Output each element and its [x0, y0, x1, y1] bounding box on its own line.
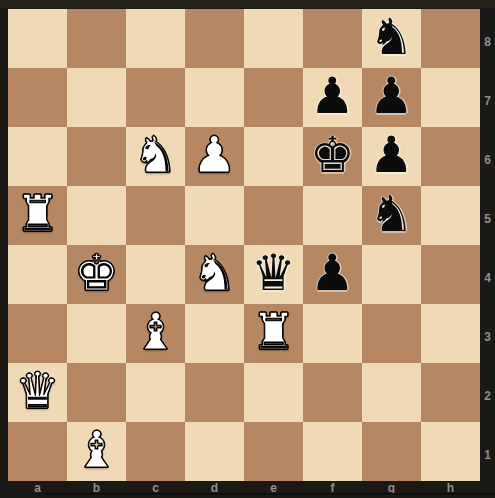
piece-black-pawn[interactable]: ♟ — [362, 127, 421, 186]
square-h4[interactable] — [421, 245, 480, 304]
bottom-divider-line — [45, 493, 495, 495]
piece-black-pawn[interactable]: ♟ — [303, 68, 362, 127]
square-c8[interactable] — [126, 9, 185, 68]
square-h2[interactable] — [421, 363, 480, 422]
square-f7[interactable]: ♟ — [303, 68, 362, 127]
square-b6[interactable] — [67, 127, 126, 186]
rank-label-2: 2 — [480, 363, 495, 422]
square-e8[interactable] — [244, 9, 303, 68]
rank-label-3: 3 — [480, 304, 495, 363]
square-c6[interactable]: ♞ — [126, 127, 185, 186]
square-e6[interactable] — [244, 127, 303, 186]
file-label-f: f — [303, 481, 362, 498]
square-g4[interactable] — [362, 245, 421, 304]
chess-board-page: ♞♟♟♞♟♚♟♜♞♚♞♛♟♝♜♛♝ 87654321abcdefgh — [0, 0, 495, 498]
square-b7[interactable] — [67, 68, 126, 127]
square-e1[interactable] — [244, 422, 303, 481]
square-d1[interactable] — [185, 422, 244, 481]
rank-label-4: 4 — [480, 245, 495, 304]
square-b2[interactable] — [67, 363, 126, 422]
piece-white-king[interactable]: ♚ — [67, 245, 126, 304]
square-e4[interactable]: ♛ — [244, 245, 303, 304]
piece-white-rook[interactable]: ♜ — [8, 186, 67, 245]
square-b3[interactable] — [67, 304, 126, 363]
square-c4[interactable] — [126, 245, 185, 304]
square-f6[interactable]: ♚ — [303, 127, 362, 186]
square-f5[interactable] — [303, 186, 362, 245]
piece-white-pawn[interactable]: ♟ — [185, 127, 244, 186]
file-label-e: e — [244, 481, 303, 498]
square-h1[interactable] — [421, 422, 480, 481]
square-c1[interactable] — [126, 422, 185, 481]
square-a8[interactable] — [8, 9, 67, 68]
chess-board[interactable]: ♞♟♟♞♟♚♟♜♞♚♞♛♟♝♜♛♝ — [8, 9, 480, 481]
square-h5[interactable] — [421, 186, 480, 245]
piece-black-pawn[interactable]: ♟ — [362, 68, 421, 127]
piece-white-knight[interactable]: ♞ — [185, 245, 244, 304]
square-d6[interactable]: ♟ — [185, 127, 244, 186]
square-c3[interactable]: ♝ — [126, 304, 185, 363]
square-e7[interactable] — [244, 68, 303, 127]
piece-black-pawn[interactable]: ♟ — [303, 245, 362, 304]
piece-black-knight[interactable]: ♞ — [362, 9, 421, 68]
top-margin-strip — [0, 0, 495, 8]
square-a7[interactable] — [8, 68, 67, 127]
square-h8[interactable] — [421, 9, 480, 68]
square-f4[interactable]: ♟ — [303, 245, 362, 304]
square-b5[interactable] — [67, 186, 126, 245]
square-g7[interactable]: ♟ — [362, 68, 421, 127]
piece-white-rook[interactable]: ♜ — [244, 304, 303, 363]
square-b1[interactable]: ♝ — [67, 422, 126, 481]
piece-white-queen[interactable]: ♛ — [8, 363, 67, 422]
file-label-b: b — [67, 481, 126, 498]
rank-label-8: 8 — [480, 9, 495, 68]
square-f1[interactable] — [303, 422, 362, 481]
square-c2[interactable] — [126, 363, 185, 422]
square-e5[interactable] — [244, 186, 303, 245]
square-d7[interactable] — [185, 68, 244, 127]
file-label-a: a — [8, 481, 67, 498]
square-f3[interactable] — [303, 304, 362, 363]
square-e2[interactable] — [244, 363, 303, 422]
square-b4[interactable]: ♚ — [67, 245, 126, 304]
square-g1[interactable] — [362, 422, 421, 481]
square-h7[interactable] — [421, 68, 480, 127]
square-d5[interactable] — [185, 186, 244, 245]
file-label-d: d — [185, 481, 244, 498]
file-label-g: g — [362, 481, 421, 498]
square-a5[interactable]: ♜ — [8, 186, 67, 245]
square-a4[interactable] — [8, 245, 67, 304]
piece-white-bishop[interactable]: ♝ — [126, 304, 185, 363]
rank-label-1: 1 — [480, 422, 495, 481]
square-b8[interactable] — [67, 9, 126, 68]
piece-black-king[interactable]: ♚ — [303, 127, 362, 186]
piece-black-knight[interactable]: ♞ — [362, 186, 421, 245]
square-g5[interactable]: ♞ — [362, 186, 421, 245]
square-a2[interactable]: ♛ — [8, 363, 67, 422]
square-h3[interactable] — [421, 304, 480, 363]
square-a6[interactable] — [8, 127, 67, 186]
piece-black-queen[interactable]: ♛ — [244, 245, 303, 304]
rank-label-7: 7 — [480, 68, 495, 127]
square-g8[interactable]: ♞ — [362, 9, 421, 68]
square-g3[interactable] — [362, 304, 421, 363]
rank-label-6: 6 — [480, 127, 495, 186]
square-e3[interactable]: ♜ — [244, 304, 303, 363]
square-c5[interactable] — [126, 186, 185, 245]
square-d8[interactable] — [185, 9, 244, 68]
square-g2[interactable] — [362, 363, 421, 422]
square-c7[interactable] — [126, 68, 185, 127]
piece-white-knight[interactable]: ♞ — [126, 127, 185, 186]
square-a1[interactable] — [8, 422, 67, 481]
square-f8[interactable] — [303, 9, 362, 68]
rank-label-5: 5 — [480, 186, 495, 245]
square-f2[interactable] — [303, 363, 362, 422]
square-a3[interactable] — [8, 304, 67, 363]
square-d4[interactable]: ♞ — [185, 245, 244, 304]
square-d3[interactable] — [185, 304, 244, 363]
square-g6[interactable]: ♟ — [362, 127, 421, 186]
file-label-c: c — [126, 481, 185, 498]
square-h6[interactable] — [421, 127, 480, 186]
file-label-h: h — [421, 481, 480, 498]
square-d2[interactable] — [185, 363, 244, 422]
piece-white-bishop[interactable]: ♝ — [67, 422, 126, 481]
